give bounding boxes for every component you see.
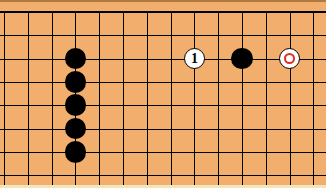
white-stone-move-1: 1	[184, 48, 206, 70]
board-intersection	[278, 47, 302, 70]
black-stone	[65, 141, 87, 163]
board-intersection	[64, 117, 88, 140]
board-intersection: 1	[182, 47, 206, 70]
move-number-label: 1	[191, 51, 198, 65]
go-diagram: 1	[0, 0, 326, 188]
black-stone	[65, 71, 87, 93]
black-stone	[65, 118, 87, 140]
board-intersection	[64, 94, 88, 117]
circle-marker-icon	[284, 53, 296, 65]
black-stone	[65, 48, 87, 70]
board-intersection	[64, 70, 88, 93]
board-intersection	[64, 47, 88, 70]
top-border-strip	[0, 0, 326, 2]
white-stone-circle-marked	[279, 48, 301, 70]
board-intersection	[230, 47, 254, 70]
go-board: 1	[0, 0, 326, 188]
page-background-strip	[0, 185, 326, 188]
stones-layer: 1	[0, 0, 325, 186]
black-stone	[231, 48, 253, 70]
board-intersection	[64, 140, 88, 163]
black-stone	[65, 94, 87, 116]
